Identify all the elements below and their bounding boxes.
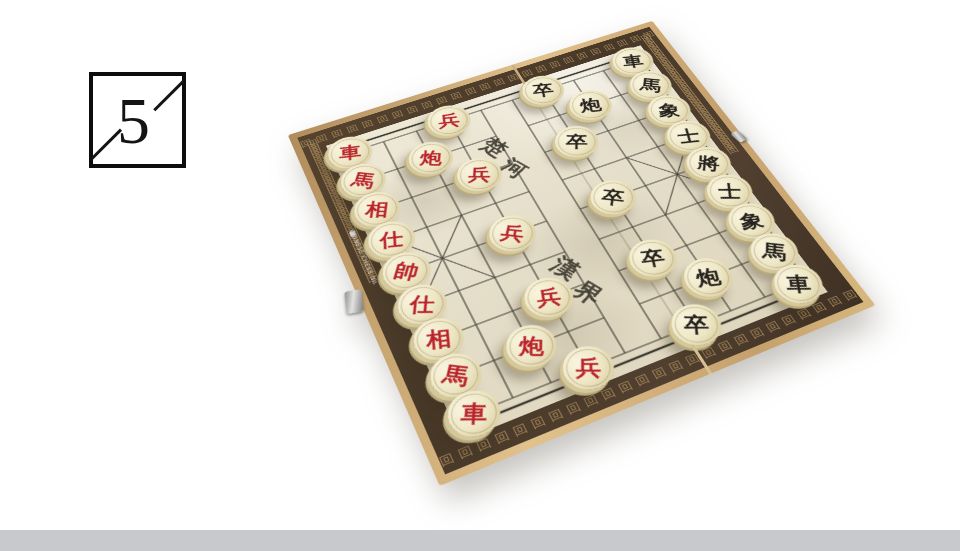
piece-character: 兵 (563, 346, 615, 390)
piece-red-soldier: 兵 (554, 339, 622, 397)
piece-character: 兵 (485, 213, 539, 254)
piece-red-cannon: 炮 (498, 318, 565, 374)
piece-red-chariot: 車 (440, 383, 509, 444)
bottom-gray-bar (0, 530, 960, 551)
piece-character: 兵 (426, 104, 472, 139)
piece-character: 車 (771, 265, 826, 304)
piece-character: 兵 (456, 158, 503, 191)
piece-character: 炮 (407, 142, 454, 174)
piece-character: 卒 (625, 237, 681, 279)
piece-character: 炮 (505, 325, 556, 367)
piece-red-soldier: 兵 (450, 153, 508, 197)
product-photo-stage: 5 回回回回回回回回回回回回回回回回回回回回回回回回回回回回回回回回回回回回回回… (0, 0, 960, 551)
xiangqi-board: 回回回回回回回回回回回回回回回回回回回回回回回回回回回回回回回回回回回回回回回回… (288, 21, 876, 486)
piece-character: 炮 (567, 88, 615, 122)
piece-red-cannon: 炮 (403, 137, 460, 180)
board-scene: 回回回回回回回回回回回回回回回回回回回回回回回回回回回回回回回回回回回回回回回回… (0, 0, 960, 551)
metal-clasp (344, 289, 363, 314)
piece-character: 車 (446, 391, 501, 437)
piece-black-soldier: 卒 (548, 121, 606, 163)
piece-character: 兵 (522, 275, 577, 320)
